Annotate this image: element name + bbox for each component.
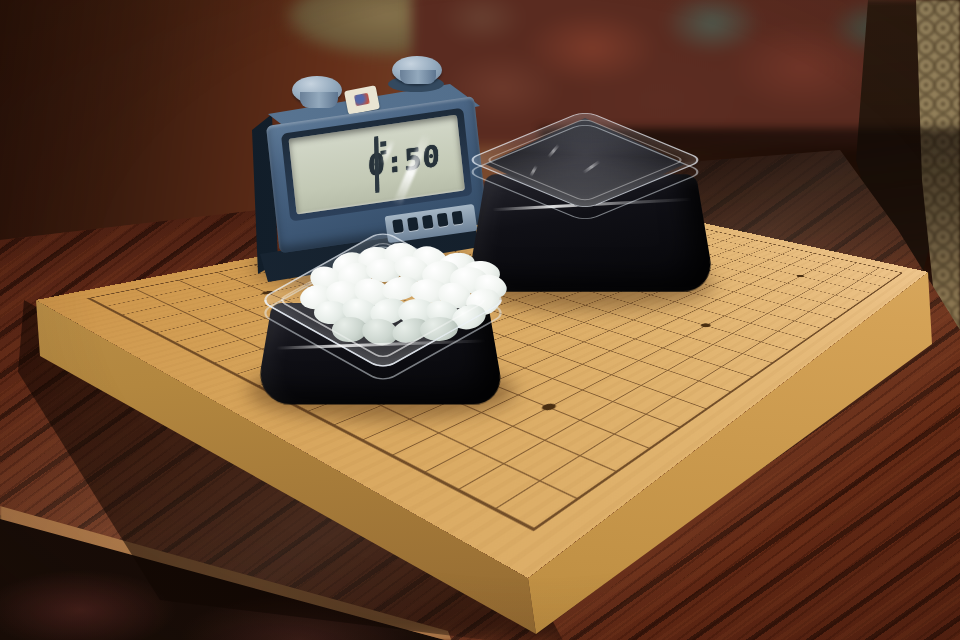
clock-lcd-display: 0:50 0:50 bbox=[289, 115, 465, 215]
go-equipment-photo: 0:50 0:50 bbox=[0, 0, 960, 640]
clock-display-bezel: 0:50 0:50 bbox=[281, 108, 473, 222]
white-stone-box bbox=[250, 225, 510, 425]
clock-left-pusher-stem bbox=[300, 92, 338, 108]
clock-right-pusher-stem bbox=[400, 70, 436, 84]
clock-display-end-bar bbox=[374, 136, 379, 193]
